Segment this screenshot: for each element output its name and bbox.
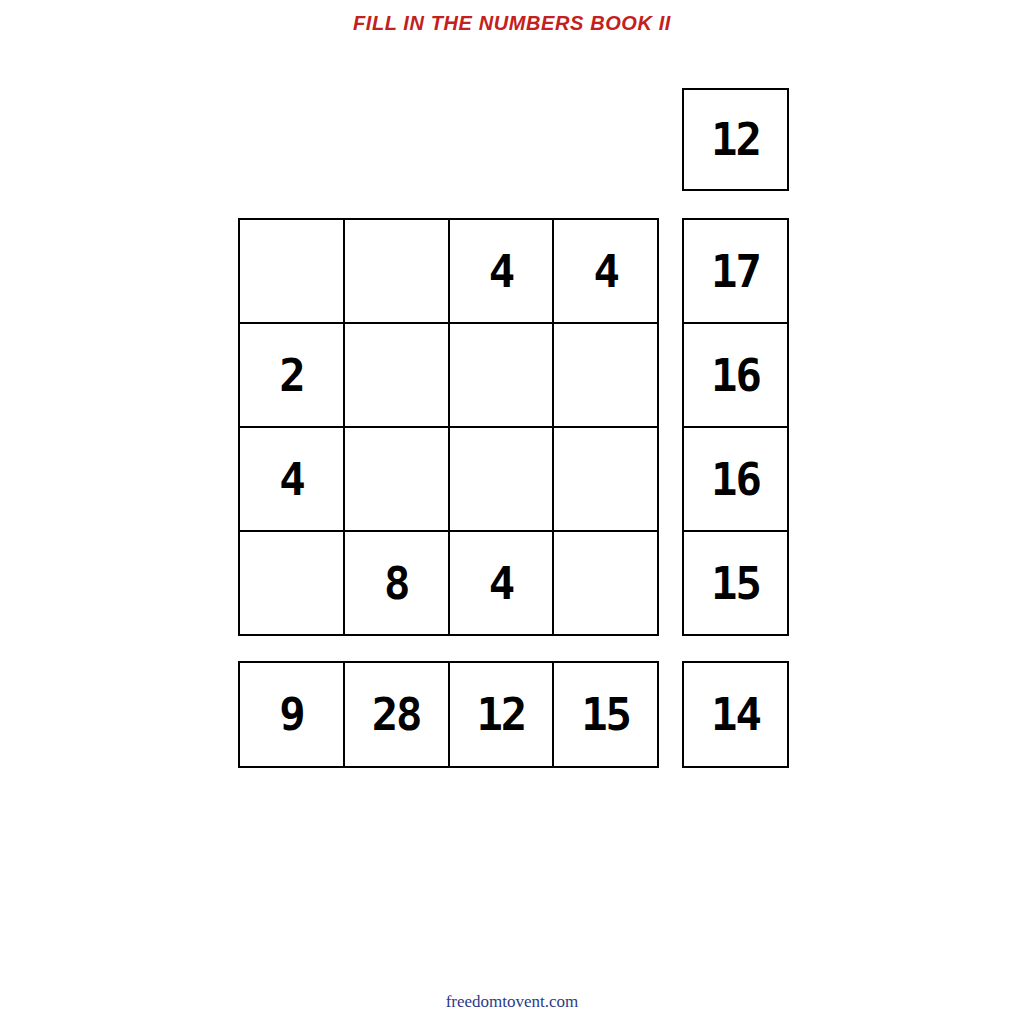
grid-cell-r1c4[interactable]: 4 bbox=[554, 220, 657, 322]
grid-cell-r3c2[interactable] bbox=[345, 428, 448, 530]
diagonal-sum-bottom-value: 14 bbox=[711, 689, 760, 740]
grid-cell-r3c1[interactable]: 4 bbox=[240, 428, 343, 530]
row-sum-2: 16 bbox=[684, 324, 787, 426]
puzzle-grid: 4 4 2 4 8 4 bbox=[238, 218, 659, 636]
grid-cell-r2c3[interactable] bbox=[450, 324, 553, 426]
grid-cell-r3c3[interactable] bbox=[450, 428, 553, 530]
grid-cell-r2c2[interactable] bbox=[345, 324, 448, 426]
grid-cell-r1c1[interactable] bbox=[240, 220, 343, 322]
footer-url: freedomtovent.com bbox=[0, 992, 1024, 1012]
grid-cell-r1c2[interactable] bbox=[345, 220, 448, 322]
row-sum-1: 17 bbox=[684, 220, 787, 322]
grid-cell-r4c2[interactable]: 8 bbox=[345, 532, 448, 634]
diagonal-sum-top-value: 12 bbox=[711, 114, 760, 165]
col-sum-2: 28 bbox=[345, 663, 448, 766]
puzzle-page: FILL IN THE NUMBERS BOOK II 12 4 4 2 4 8… bbox=[0, 0, 1024, 1024]
grid-cell-r4c4[interactable] bbox=[554, 532, 657, 634]
row-sum-3: 16 bbox=[684, 428, 787, 530]
grid-cell-r4c3[interactable]: 4 bbox=[450, 532, 553, 634]
diagonal-sum-top-box: 12 bbox=[682, 88, 789, 191]
diagonal-sum-bottom-box: 14 bbox=[682, 661, 789, 768]
grid-cell-r2c4[interactable] bbox=[554, 324, 657, 426]
grid-cell-r4c1[interactable] bbox=[240, 532, 343, 634]
grid-cell-r3c4[interactable] bbox=[554, 428, 657, 530]
page-title: FILL IN THE NUMBERS BOOK II bbox=[0, 12, 1024, 35]
column-sums-row: 9 28 12 15 bbox=[238, 661, 659, 768]
grid-cell-r2c1[interactable]: 2 bbox=[240, 324, 343, 426]
grid-cell-r1c3[interactable]: 4 bbox=[450, 220, 553, 322]
col-sum-4: 15 bbox=[554, 663, 657, 766]
row-sums-column: 17 16 16 15 bbox=[682, 218, 789, 636]
row-sum-4: 15 bbox=[684, 532, 787, 634]
col-sum-1: 9 bbox=[240, 663, 343, 766]
col-sum-3: 12 bbox=[450, 663, 553, 766]
